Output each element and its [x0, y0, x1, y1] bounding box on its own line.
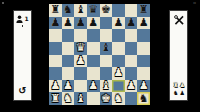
piece-white-p-h2[interactable]: ♟	[139, 80, 149, 92]
piece-black-p-b7[interactable]: ♟	[63, 17, 73, 29]
piece-white-q-c5[interactable]: ♛	[76, 42, 86, 54]
square-e4[interactable]	[100, 55, 113, 68]
square-c6[interactable]	[74, 29, 87, 42]
piece-black-p-c7[interactable]: ♟	[76, 17, 86, 29]
piece-white-p-d2[interactable]: ♟	[88, 80, 98, 92]
piece-black-p-a7[interactable]: ♟	[50, 17, 60, 29]
piece-white-p-c4[interactable]: ♟	[76, 55, 86, 67]
square-b6[interactable]	[62, 29, 75, 42]
player-indicator: 1	[16, 15, 28, 23]
square-b2[interactable]: ♟	[62, 80, 75, 93]
square-d5[interactable]	[87, 42, 100, 55]
square-d4[interactable]	[87, 55, 100, 68]
app-window: ▫ 1 ↺ ♜♞♝♛♚♜♟♟♟♟♟♟♟♛♝♟♟♟♟♟♝♟♟♜♞♝♚♞♞	[0, 0, 200, 112]
square-a4[interactable]	[49, 55, 62, 68]
square-e6[interactable]	[100, 29, 113, 42]
captured-piece-p: ♟	[179, 90, 184, 96]
piece-black-p-h7[interactable]: ♟	[139, 17, 149, 29]
crossed-tools-icon	[174, 10, 184, 29]
square-b8[interactable]: ♞	[62, 4, 75, 17]
piece-white-k-e1[interactable]: ♚	[101, 93, 111, 105]
square-f1[interactable]: ♞	[112, 92, 125, 105]
window-controls[interactable]: ▫	[193, 1, 197, 5]
square-f5[interactable]	[112, 42, 125, 55]
square-a1[interactable]: ♜	[49, 92, 62, 105]
square-c3[interactable]	[74, 67, 87, 80]
square-b7[interactable]: ♟	[62, 17, 75, 30]
square-c4[interactable]: ♟	[74, 55, 87, 68]
player-count: 1	[24, 16, 28, 22]
chess-board: ♜♞♝♛♚♜♟♟♟♟♟♟♟♛♝♟♟♟♟♟♝♟♟♜♞♝♚♞♞	[49, 4, 150, 105]
piece-white-r-a1[interactable]: ♜	[50, 93, 60, 105]
square-e5[interactable]: ♝	[100, 42, 113, 55]
square-h4[interactable]	[137, 55, 150, 68]
settings-button[interactable]	[174, 15, 184, 25]
piece-black-r-a8[interactable]: ♜	[50, 4, 60, 16]
piece-black-b-c8[interactable]: ♝	[76, 4, 86, 16]
piece-white-b-e2[interactable]: ♝	[101, 80, 111, 92]
square-a2[interactable]: ♟	[49, 80, 62, 93]
square-g7[interactable]: ♟	[125, 17, 138, 30]
piece-white-p-b2[interactable]: ♟	[63, 80, 73, 92]
piece-black-n-h1[interactable]: ♞	[139, 93, 149, 105]
piece-black-b-e5[interactable]: ♝	[101, 42, 111, 54]
square-d8[interactable]: ♛	[87, 4, 100, 17]
square-c2[interactable]	[74, 80, 87, 93]
right-panel: ♜♟ ♞♟	[169, 10, 188, 101]
piece-white-p-f3[interactable]: ♟	[114, 67, 124, 79]
square-e2[interactable]: ♝	[100, 80, 113, 93]
piece-black-k-e8[interactable]: ♚	[101, 4, 111, 16]
piece-black-r-h8[interactable]: ♜	[139, 4, 149, 16]
square-c5[interactable]: ♛	[74, 42, 87, 55]
square-d1[interactable]	[87, 92, 100, 105]
left-panel: 1 ↺	[13, 10, 32, 101]
square-a6[interactable]	[49, 29, 62, 42]
square-b4[interactable]	[62, 55, 75, 68]
undo-button[interactable]: ↺	[18, 86, 26, 96]
square-d2[interactable]: ♟	[87, 80, 100, 93]
square-g4[interactable]	[125, 55, 138, 68]
square-f6[interactable]	[112, 29, 125, 42]
piece-white-n-b1[interactable]: ♞	[63, 93, 73, 105]
square-f8[interactable]	[112, 4, 125, 17]
square-h1[interactable]: ♞	[137, 92, 150, 105]
square-b3[interactable]	[62, 67, 75, 80]
square-e8[interactable]: ♚	[100, 4, 113, 17]
square-g1[interactable]	[125, 92, 138, 105]
piece-black-q-d8[interactable]: ♛	[88, 4, 98, 16]
square-a5[interactable]	[49, 42, 62, 55]
piece-black-p-d7[interactable]: ♟	[88, 17, 98, 29]
square-c1[interactable]: ♝	[74, 92, 87, 105]
square-d3[interactable]	[87, 67, 100, 80]
piece-black-p-f7[interactable]: ♟	[114, 17, 124, 29]
square-e1[interactable]: ♚	[100, 92, 113, 105]
square-f3[interactable]: ♟	[112, 67, 125, 80]
square-g8[interactable]	[125, 4, 138, 17]
square-a7[interactable]: ♟	[49, 17, 62, 30]
captured-piece-R: ♜	[173, 82, 178, 88]
captured-piece-n: ♞	[173, 90, 178, 96]
square-c7[interactable]: ♟	[74, 17, 87, 30]
status-dot	[22, 25, 23, 27]
person-icon	[16, 15, 23, 23]
square-g6[interactable]	[125, 29, 138, 42]
captured-pieces-tray: ♜♟ ♞♟	[171, 82, 186, 96]
square-g5[interactable]	[125, 42, 138, 55]
square-h2[interactable]: ♟	[137, 80, 150, 93]
square-d7[interactable]: ♟	[87, 17, 100, 30]
piece-black-p-g7[interactable]: ♟	[126, 17, 136, 29]
square-e7[interactable]	[100, 17, 113, 30]
square-a3[interactable]	[49, 67, 62, 80]
piece-white-p-g2[interactable]: ♟	[126, 80, 136, 92]
square-b5[interactable]	[62, 42, 75, 55]
square-h5[interactable]	[137, 42, 150, 55]
square-g3[interactable]	[125, 67, 138, 80]
square-f2[interactable]	[112, 80, 125, 93]
square-h3[interactable]	[137, 67, 150, 80]
captured-white-row: ♜♟	[173, 82, 185, 88]
square-d6[interactable]	[87, 29, 100, 42]
captured-piece-P: ♟	[179, 82, 184, 88]
square-h7[interactable]: ♟	[137, 17, 150, 30]
square-g2[interactable]: ♟	[125, 80, 138, 93]
square-f7[interactable]: ♟	[112, 17, 125, 30]
square-h6[interactable]	[137, 29, 150, 42]
piece-white-n-f1[interactable]: ♞	[114, 93, 124, 105]
square-e3[interactable]	[100, 67, 113, 80]
piece-white-p-a2[interactable]: ♟	[50, 80, 60, 92]
square-b1[interactable]: ♞	[62, 92, 75, 105]
square-a8[interactable]: ♜	[49, 4, 62, 17]
screen-corner-dot	[2, 2, 4, 4]
piece-white-b-c1[interactable]: ♝	[76, 93, 86, 105]
piece-black-n-b8[interactable]: ♞	[63, 4, 73, 16]
captured-black-row: ♞♟	[173, 90, 185, 96]
square-h8[interactable]: ♜	[137, 4, 150, 17]
square-c8[interactable]: ♝	[74, 4, 87, 17]
